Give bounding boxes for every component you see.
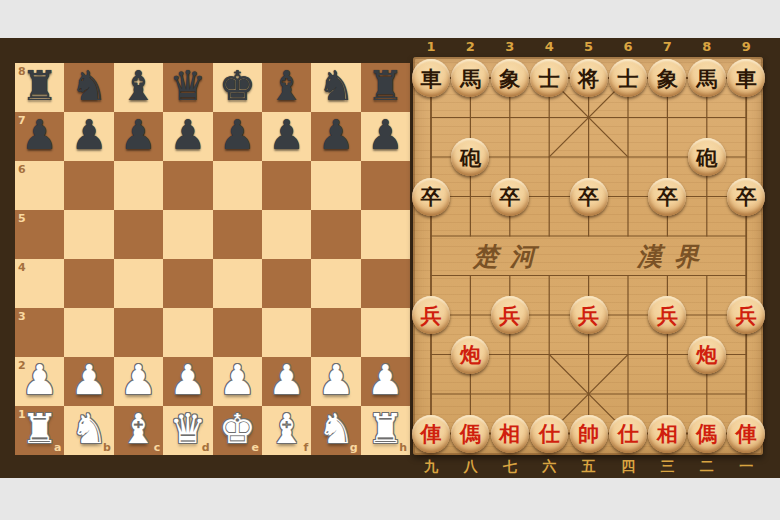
xq-bottom-coord-2: 八 bbox=[463, 459, 477, 473]
chess-piece-white-k: ♚ bbox=[219, 409, 256, 450]
xiangqi-piece-red-k[interactable]: 帥 bbox=[570, 415, 608, 453]
xiangqi-top-coordinates: 123456789 bbox=[413, 38, 763, 58]
xiangqi-piece-character: 兵 bbox=[657, 305, 678, 326]
xiangqi-piece-black-a[interactable]: 士 bbox=[530, 59, 568, 97]
xiangqi-piece-character: 砲 bbox=[460, 147, 481, 168]
square-h5[interactable] bbox=[361, 210, 410, 259]
xiangqi-piece-black-c[interactable]: 砲 bbox=[688, 138, 726, 176]
square-b4[interactable] bbox=[64, 259, 113, 308]
chess-piece-black-p: ♟ bbox=[367, 115, 404, 156]
xiangqi-piece-character: 士 bbox=[539, 68, 560, 89]
xiangqi-piece-red-b[interactable]: 相 bbox=[648, 415, 686, 453]
square-g1[interactable]: g♞ bbox=[311, 406, 360, 455]
xiangqi-piece-character: 帥 bbox=[578, 423, 599, 444]
square-e4[interactable] bbox=[213, 259, 262, 308]
square-d2[interactable]: ♟ bbox=[163, 357, 212, 406]
chess-piece-black-q: ♛ bbox=[169, 66, 206, 107]
xiangqi-piece-red-p[interactable]: 兵 bbox=[412, 296, 450, 334]
xiangqi-piece-red-p[interactable]: 兵 bbox=[727, 296, 765, 334]
xq-bottom-coord-5: 五 bbox=[582, 459, 596, 473]
xiangqi-piece-black-b[interactable]: 象 bbox=[491, 59, 529, 97]
square-f5[interactable] bbox=[262, 210, 311, 259]
chess-piece-white-b: ♝ bbox=[120, 409, 157, 450]
square-d7[interactable]: ♟ bbox=[163, 112, 212, 161]
square-d5[interactable] bbox=[163, 210, 212, 259]
xiangqi-piece-character: 卒 bbox=[657, 186, 678, 207]
chess-piece-black-p: ♟ bbox=[219, 115, 256, 156]
square-h1[interactable]: h♜ bbox=[361, 406, 410, 455]
xq-bottom-coord-1: 九 bbox=[424, 459, 438, 473]
xiangqi-piece-red-p[interactable]: 兵 bbox=[570, 296, 608, 334]
chess-piece-white-b: ♝ bbox=[268, 409, 305, 450]
chess-piece-black-r: ♜ bbox=[367, 66, 404, 107]
river-label-left: 楚河 bbox=[473, 240, 547, 273]
dual-board-screen: 8♜♞♝♛♚♝♞♜7♟♟♟♟♟♟♟♟65432♟♟♟♟♟♟♟♟1a♜b♞c♝d♛… bbox=[0, 0, 780, 520]
square-a7[interactable]: 7♟ bbox=[15, 112, 64, 161]
xq-top-coord-9: 9 bbox=[742, 40, 751, 53]
xiangqi-piece-red-r[interactable]: 俥 bbox=[727, 415, 765, 453]
xq-top-coord-2: 2 bbox=[466, 40, 475, 53]
square-h4[interactable] bbox=[361, 259, 410, 308]
rank-label-4: 4 bbox=[18, 262, 26, 273]
xiangqi-piece-black-r[interactable]: 車 bbox=[727, 59, 765, 97]
chess-piece-white-p: ♟ bbox=[367, 360, 404, 401]
square-a5[interactable]: 5 bbox=[15, 210, 64, 259]
xiangqi-piece-red-n[interactable]: 傌 bbox=[688, 415, 726, 453]
square-g6[interactable] bbox=[311, 161, 360, 210]
xiangqi-piece-black-p[interactable]: 卒 bbox=[570, 178, 608, 216]
square-c8[interactable]: ♝ bbox=[114, 63, 163, 112]
xiangqi-piece-character: 卒 bbox=[499, 186, 520, 207]
xiangqi-piece-character: 仕 bbox=[618, 423, 639, 444]
square-c4[interactable] bbox=[114, 259, 163, 308]
square-f3[interactable] bbox=[262, 308, 311, 357]
square-g2[interactable]: ♟ bbox=[311, 357, 360, 406]
xq-top-coord-5: 5 bbox=[584, 40, 593, 53]
xiangqi-piece-character: 傌 bbox=[460, 423, 481, 444]
square-b6[interactable] bbox=[64, 161, 113, 210]
square-g4[interactable] bbox=[311, 259, 360, 308]
square-e1[interactable]: e♚ bbox=[213, 406, 262, 455]
xq-bottom-coord-3: 七 bbox=[503, 459, 517, 473]
xq-top-coord-6: 6 bbox=[623, 40, 632, 53]
square-a6[interactable]: 6 bbox=[15, 161, 64, 210]
square-f4[interactable] bbox=[262, 259, 311, 308]
xiangqi-piece-character: 兵 bbox=[421, 305, 442, 326]
xq-bottom-coord-9: 一 bbox=[739, 459, 753, 473]
xiangqi-piece-character: 相 bbox=[657, 423, 678, 444]
square-f2[interactable]: ♟ bbox=[262, 357, 311, 406]
chess-piece-white-p: ♟ bbox=[318, 360, 355, 401]
square-f6[interactable] bbox=[262, 161, 311, 210]
xiangqi-piece-character: 兵 bbox=[499, 305, 520, 326]
chess-piece-white-p: ♟ bbox=[219, 360, 256, 401]
square-h6[interactable] bbox=[361, 161, 410, 210]
square-e5[interactable] bbox=[213, 210, 262, 259]
square-d8[interactable]: ♛ bbox=[163, 63, 212, 112]
xiangqi-piece-character: 砲 bbox=[696, 147, 717, 168]
xiangqi-piece-character: 車 bbox=[736, 68, 757, 89]
xiangqi-piece-character: 傌 bbox=[696, 423, 717, 444]
square-a2[interactable]: 2♟ bbox=[15, 357, 64, 406]
xiangqi-piece-character: 卒 bbox=[421, 186, 442, 207]
chess-piece-white-p: ♟ bbox=[21, 360, 58, 401]
xiangqi-piece-character: 卒 bbox=[736, 186, 757, 207]
xiangqi-piece-character: 象 bbox=[499, 68, 520, 89]
square-h8[interactable]: ♜ bbox=[361, 63, 410, 112]
square-b5[interactable] bbox=[64, 210, 113, 259]
xiangqi-piece-black-p[interactable]: 卒 bbox=[648, 178, 686, 216]
square-b8[interactable]: ♞ bbox=[64, 63, 113, 112]
chess-piece-black-n: ♞ bbox=[71, 66, 108, 107]
chess-piece-black-p: ♟ bbox=[120, 115, 157, 156]
xiangqi-piece-character: 炮 bbox=[460, 344, 481, 365]
square-h7[interactable]: ♟ bbox=[361, 112, 410, 161]
square-f7[interactable]: ♟ bbox=[262, 112, 311, 161]
square-b3[interactable] bbox=[64, 308, 113, 357]
xq-bottom-coord-8: 二 bbox=[700, 459, 714, 473]
xiangqi-bottom-coordinates: 九八七六五四三二一 bbox=[413, 457, 763, 477]
xiangqi-piece-character: 卒 bbox=[578, 186, 599, 207]
chess-piece-black-p: ♟ bbox=[71, 115, 108, 156]
square-h2[interactable]: ♟ bbox=[361, 357, 410, 406]
chess-piece-white-n: ♞ bbox=[71, 409, 108, 450]
chess-piece-white-p: ♟ bbox=[268, 360, 305, 401]
river-label-right: 漢界 bbox=[637, 240, 711, 273]
square-a3[interactable]: 3 bbox=[15, 308, 64, 357]
chess-piece-white-p: ♟ bbox=[120, 360, 157, 401]
xiangqi-piece-character: 相 bbox=[499, 423, 520, 444]
square-d1[interactable]: d♛ bbox=[163, 406, 212, 455]
xq-bottom-coord-7: 三 bbox=[660, 459, 674, 473]
chess-piece-white-r: ♜ bbox=[21, 409, 58, 450]
chess-piece-black-p: ♟ bbox=[169, 115, 206, 156]
square-d3[interactable] bbox=[163, 308, 212, 357]
xiangqi-piece-character: 兵 bbox=[578, 305, 599, 326]
square-e7[interactable]: ♟ bbox=[213, 112, 262, 161]
xiangqi-piece-red-a[interactable]: 仕 bbox=[609, 415, 647, 453]
xiangqi-piece-black-n[interactable]: 馬 bbox=[688, 59, 726, 97]
square-f1[interactable]: f♝ bbox=[262, 406, 311, 455]
chess-piece-white-n: ♞ bbox=[318, 409, 355, 450]
square-g3[interactable] bbox=[311, 308, 360, 357]
square-a8[interactable]: 8♜ bbox=[15, 63, 64, 112]
xiangqi-piece-red-p[interactable]: 兵 bbox=[491, 296, 529, 334]
square-e2[interactable]: ♟ bbox=[213, 357, 262, 406]
xiangqi-board: 楚河 漢界 車馬象士将士象馬車砲砲卒卒卒卒卒兵兵兵兵兵炮炮俥傌相仕帥仕相傌俥 bbox=[413, 57, 763, 455]
square-c3[interactable] bbox=[114, 308, 163, 357]
xiangqi-piece-character: 俥 bbox=[736, 423, 757, 444]
xiangqi-piece-character: 俥 bbox=[421, 423, 442, 444]
square-c6[interactable] bbox=[114, 161, 163, 210]
xiangqi-piece-character: 炮 bbox=[696, 344, 717, 365]
square-g5[interactable] bbox=[311, 210, 360, 259]
xiangqi-piece-red-r[interactable]: 俥 bbox=[412, 415, 450, 453]
square-g8[interactable]: ♞ bbox=[311, 63, 360, 112]
xq-top-coord-3: 3 bbox=[505, 40, 514, 53]
chess-piece-black-p: ♟ bbox=[318, 115, 355, 156]
xq-top-coord-7: 7 bbox=[663, 40, 672, 53]
square-c7[interactable]: ♟ bbox=[114, 112, 163, 161]
chess-piece-black-n: ♞ bbox=[318, 66, 355, 107]
xiangqi-piece-black-p[interactable]: 卒 bbox=[412, 178, 450, 216]
square-b2[interactable]: ♟ bbox=[64, 357, 113, 406]
chess-piece-white-p: ♟ bbox=[71, 360, 108, 401]
square-c1[interactable]: c♝ bbox=[114, 406, 163, 455]
square-a1[interactable]: 1a♜ bbox=[15, 406, 64, 455]
rank-label-6: 6 bbox=[18, 164, 26, 175]
xiangqi-piece-character: 車 bbox=[421, 68, 442, 89]
square-a4[interactable]: 4 bbox=[15, 259, 64, 308]
xiangqi-piece-character: 士 bbox=[618, 68, 639, 89]
square-h3[interactable] bbox=[361, 308, 410, 357]
chess-piece-black-r: ♜ bbox=[21, 66, 58, 107]
square-c2[interactable]: ♟ bbox=[114, 357, 163, 406]
xiangqi-piece-black-a[interactable]: 士 bbox=[609, 59, 647, 97]
chess-piece-black-k: ♚ bbox=[219, 66, 256, 107]
square-b1[interactable]: b♞ bbox=[64, 406, 113, 455]
xiangqi-piece-red-b[interactable]: 相 bbox=[491, 415, 529, 453]
chess-piece-black-p: ♟ bbox=[268, 115, 305, 156]
rank-label-5: 5 bbox=[18, 213, 26, 224]
xiangqi-piece-character: 仕 bbox=[539, 423, 560, 444]
xiangqi-piece-black-r[interactable]: 車 bbox=[412, 59, 450, 97]
square-g7[interactable]: ♟ bbox=[311, 112, 360, 161]
xq-top-coord-1: 1 bbox=[426, 40, 435, 53]
square-d4[interactable] bbox=[163, 259, 212, 308]
rank-label-3: 3 bbox=[18, 311, 26, 322]
xiangqi-piece-black-k[interactable]: 将 bbox=[570, 59, 608, 97]
chess-piece-black-p: ♟ bbox=[21, 115, 58, 156]
square-f8[interactable]: ♝ bbox=[262, 63, 311, 112]
xiangqi-piece-character: 馬 bbox=[460, 68, 481, 89]
chess-piece-black-b: ♝ bbox=[120, 66, 157, 107]
xiangqi-piece-character: 象 bbox=[657, 68, 678, 89]
xiangqi-piece-red-a[interactable]: 仕 bbox=[530, 415, 568, 453]
xq-bottom-coord-6: 四 bbox=[621, 459, 635, 473]
xiangqi-piece-character: 馬 bbox=[696, 68, 717, 89]
square-c5[interactable] bbox=[114, 210, 163, 259]
chess-piece-black-b: ♝ bbox=[268, 66, 305, 107]
xiangqi-piece-black-p[interactable]: 卒 bbox=[491, 178, 529, 216]
xiangqi-piece-red-c[interactable]: 炮 bbox=[688, 336, 726, 374]
square-d6[interactable] bbox=[163, 161, 212, 210]
xiangqi-piece-red-n[interactable]: 傌 bbox=[451, 415, 489, 453]
xiangqi-piece-red-c[interactable]: 炮 bbox=[451, 336, 489, 374]
chess-piece-white-p: ♟ bbox=[169, 360, 206, 401]
chess-piece-white-r: ♜ bbox=[367, 409, 404, 450]
xq-bottom-coord-4: 六 bbox=[542, 459, 556, 473]
xq-top-coord-4: 4 bbox=[545, 40, 554, 53]
xiangqi-piece-black-p[interactable]: 卒 bbox=[727, 178, 765, 216]
square-e3[interactable] bbox=[213, 308, 262, 357]
chess-piece-white-q: ♛ bbox=[169, 409, 206, 450]
xiangqi-piece-character: 将 bbox=[578, 68, 599, 89]
xq-top-coord-8: 8 bbox=[702, 40, 711, 53]
square-b7[interactable]: ♟ bbox=[64, 112, 113, 161]
chess-board: 8♜♞♝♛♚♝♞♜7♟♟♟♟♟♟♟♟65432♟♟♟♟♟♟♟♟1a♜b♞c♝d♛… bbox=[15, 63, 410, 455]
square-e6[interactable] bbox=[213, 161, 262, 210]
xiangqi-piece-character: 兵 bbox=[736, 305, 757, 326]
square-e8[interactable]: ♚ bbox=[213, 63, 262, 112]
